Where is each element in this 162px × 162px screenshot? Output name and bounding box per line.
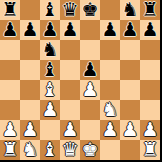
square-g2[interactable]: ♟︎	[120, 120, 140, 140]
square-f5[interactable]	[100, 60, 120, 80]
square-e8[interactable]: ♚	[80, 0, 100, 20]
square-c2[interactable]	[40, 120, 60, 140]
black-knight-icon: ♞	[41, 40, 58, 59]
black-queen-icon: ♛	[61, 0, 78, 19]
black-pawn-icon: ♟︎	[121, 20, 138, 39]
square-a3[interactable]	[0, 100, 20, 120]
square-e3[interactable]	[80, 100, 100, 120]
square-e6[interactable]	[80, 40, 100, 60]
square-b3[interactable]	[20, 100, 40, 120]
square-g8[interactable]: ♞	[120, 0, 140, 20]
white-pawn-icon: ♟︎	[81, 80, 98, 99]
square-b6[interactable]	[20, 40, 40, 60]
square-d2[interactable]: ♟︎	[60, 120, 80, 140]
square-b1[interactable]: ♞	[20, 140, 40, 160]
square-e1[interactable]: ♚	[80, 140, 100, 160]
square-a5[interactable]	[0, 60, 20, 80]
square-c8[interactable]: ♝	[40, 0, 60, 20]
black-knight-icon: ♞	[121, 0, 138, 19]
square-c4[interactable]: ♝	[40, 80, 60, 100]
white-pawn-icon: ♟︎	[141, 120, 158, 139]
black-pawn-icon: ♟︎	[21, 20, 38, 39]
square-g7[interactable]: ♟︎	[120, 20, 140, 40]
square-c6[interactable]: ♞	[40, 40, 60, 60]
black-pawn-icon: ♟︎	[1, 20, 18, 39]
square-c5[interactable]: ♝	[40, 60, 60, 80]
square-h4[interactable]	[140, 80, 160, 100]
square-e5[interactable]: ♟︎	[80, 60, 100, 80]
black-king-icon: ♚	[81, 0, 98, 19]
square-b2[interactable]: ♟︎	[20, 120, 40, 140]
square-a6[interactable]	[0, 40, 20, 60]
black-pawn-icon: ♟︎	[141, 20, 158, 39]
square-c1[interactable]: ♝	[40, 140, 60, 160]
square-a1[interactable]: ♜	[0, 140, 20, 160]
chess-board-container: ♜♝♛♚♞♜♟︎♟︎♟︎♟︎♟︎♟︎♟︎♞♝♟︎♝♟︎♟︎♞♟︎♟︎♟︎♟︎♟︎…	[0, 0, 162, 162]
square-h7[interactable]: ♟︎	[140, 20, 160, 40]
square-f2[interactable]: ♟︎	[100, 120, 120, 140]
square-g1[interactable]	[120, 140, 140, 160]
white-pawn-icon: ♟︎	[101, 120, 118, 139]
square-f1[interactable]	[100, 140, 120, 160]
square-h6[interactable]	[140, 40, 160, 60]
square-c3[interactable]: ♟︎	[40, 100, 60, 120]
chess-board: ♜♝♛♚♞♜♟︎♟︎♟︎♟︎♟︎♟︎♟︎♞♝♟︎♝♟︎♟︎♞♟︎♟︎♟︎♟︎♟︎…	[0, 0, 162, 162]
square-g3[interactable]	[120, 100, 140, 120]
square-a8[interactable]: ♜	[0, 0, 20, 20]
square-g5[interactable]	[120, 60, 140, 80]
square-d8[interactable]: ♛	[60, 0, 80, 20]
white-pawn-icon: ♟︎	[1, 120, 18, 139]
square-d3[interactable]	[60, 100, 80, 120]
square-f7[interactable]: ♟︎	[100, 20, 120, 40]
square-h2[interactable]: ♟︎	[140, 120, 160, 140]
square-a7[interactable]: ♟︎	[0, 20, 20, 40]
black-pawn-icon: ♟︎	[101, 20, 118, 39]
square-d1[interactable]: ♛	[60, 140, 80, 160]
white-pawn-icon: ♟︎	[41, 100, 58, 119]
black-bishop-icon: ♝	[41, 60, 58, 79]
square-b7[interactable]: ♟︎	[20, 20, 40, 40]
square-e2[interactable]	[80, 120, 100, 140]
white-pawn-icon: ♟︎	[61, 120, 78, 139]
square-c7[interactable]: ♟︎	[40, 20, 60, 40]
square-b5[interactable]	[20, 60, 40, 80]
white-rook-icon: ♜	[1, 140, 18, 159]
square-b4[interactable]	[20, 80, 40, 100]
white-knight-icon: ♞	[101, 100, 118, 119]
black-pawn-icon: ♟︎	[61, 20, 78, 39]
square-h8[interactable]: ♜	[140, 0, 160, 20]
square-e7[interactable]	[80, 20, 100, 40]
square-e4[interactable]: ♟︎	[80, 80, 100, 100]
white-king-icon: ♚	[81, 140, 98, 159]
square-h5[interactable]	[140, 60, 160, 80]
square-g6[interactable]	[120, 40, 140, 60]
black-pawn-icon: ♟︎	[81, 60, 98, 79]
white-knight-icon: ♞	[21, 140, 38, 159]
black-rook-icon: ♜	[141, 0, 158, 19]
square-d6[interactable]	[60, 40, 80, 60]
square-f4[interactable]	[100, 80, 120, 100]
square-f3[interactable]: ♞	[100, 100, 120, 120]
square-h3[interactable]	[140, 100, 160, 120]
square-d7[interactable]: ♟︎	[60, 20, 80, 40]
white-pawn-icon: ♟︎	[121, 120, 138, 139]
square-a2[interactable]: ♟︎	[0, 120, 20, 140]
square-b8[interactable]	[20, 0, 40, 20]
black-bishop-icon: ♝	[41, 0, 58, 19]
white-queen-icon: ♛	[61, 140, 78, 159]
black-pawn-icon: ♟︎	[41, 20, 58, 39]
white-bishop-icon: ♝	[41, 80, 58, 99]
white-pawn-icon: ♟︎	[21, 120, 38, 139]
square-d5[interactable]	[60, 60, 80, 80]
black-rook-icon: ♜	[1, 0, 18, 19]
white-bishop-icon: ♝	[41, 140, 58, 159]
square-g4[interactable]	[120, 80, 140, 100]
square-f8[interactable]	[100, 0, 120, 20]
square-f6[interactable]	[100, 40, 120, 60]
square-a4[interactable]	[0, 80, 20, 100]
square-d4[interactable]	[60, 80, 80, 100]
square-h1[interactable]: ♜	[140, 140, 160, 160]
white-rook-icon: ♜	[141, 140, 158, 159]
